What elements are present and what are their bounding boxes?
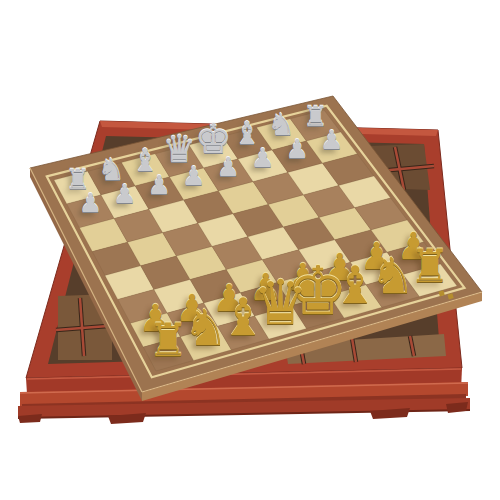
scene-svg bbox=[0, 0, 500, 500]
chess-set-photo: ♜♞♝♛♚♝♞♜♟♟♟♟♟♟♟♟♟♟♟♟♟♟♟♟♜♞♝♛♚♝♞♜ bbox=[0, 0, 500, 500]
